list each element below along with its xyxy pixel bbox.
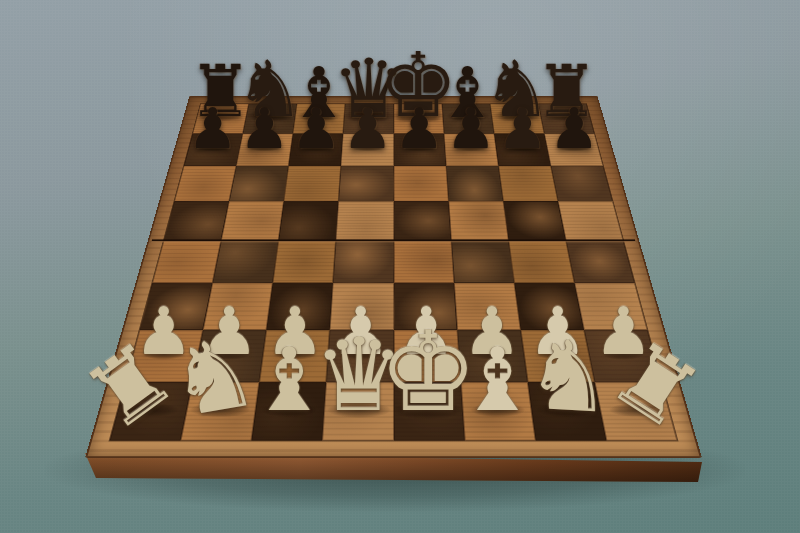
square-a6: [174, 166, 236, 201]
square-c2: [260, 330, 331, 382]
square-g8: [490, 104, 544, 134]
square-e7: [394, 134, 446, 166]
square-b4: [213, 240, 279, 283]
square-a4: [152, 240, 221, 283]
square-e6: [394, 166, 449, 201]
square-e1: [394, 382, 465, 440]
square-h3: [574, 283, 647, 330]
square-f7: [444, 134, 499, 166]
square-h2: [584, 330, 662, 382]
square-d3: [330, 283, 393, 330]
square-g4: [508, 240, 574, 283]
square-b2: [193, 330, 267, 382]
square-c1: [252, 382, 327, 440]
chess-board: [85, 96, 702, 458]
square-a5: [164, 201, 229, 240]
square-b8: [243, 104, 297, 134]
square-a7: [184, 134, 243, 166]
square-f3: [454, 283, 521, 330]
square-a2: [126, 330, 204, 382]
square-b6: [229, 166, 289, 201]
square-g1: [527, 382, 606, 440]
square-h1: [594, 382, 677, 440]
square-a8: [193, 104, 249, 134]
square-c3: [267, 283, 334, 330]
square-d6: [339, 166, 394, 201]
photo-chess-scene: ♜♞♝♛♚♝♞♜♟♟♟♟♟♟♟♟♟♟♟♟♟♟♟♟♜♞♝♛♚♝♞♜: [0, 0, 800, 533]
square-b7: [236, 134, 293, 166]
board-squares: [110, 104, 678, 441]
square-g2: [520, 330, 594, 382]
square-d5: [336, 201, 393, 240]
square-d4: [333, 240, 393, 283]
square-g3: [514, 283, 584, 330]
square-h5: [558, 201, 623, 240]
square-d8: [343, 104, 393, 134]
square-f5: [448, 201, 508, 240]
square-h4: [566, 240, 635, 283]
square-b5: [221, 201, 284, 240]
square-f1: [460, 382, 535, 440]
square-e8: [394, 104, 444, 134]
square-h6: [551, 166, 613, 201]
square-e4: [394, 240, 454, 283]
square-a1: [110, 382, 193, 440]
square-e5: [394, 201, 451, 240]
square-b3: [203, 283, 273, 330]
square-h7: [544, 134, 603, 166]
square-c4: [273, 240, 336, 283]
square-b1: [181, 382, 260, 440]
square-c6: [284, 166, 341, 201]
square-d1: [323, 382, 394, 440]
square-g6: [498, 166, 558, 201]
square-f6: [446, 166, 503, 201]
square-f8: [442, 104, 494, 134]
square-f4: [451, 240, 514, 283]
square-h8: [538, 104, 594, 134]
square-c7: [289, 134, 344, 166]
square-f2: [457, 330, 528, 382]
square-g5: [503, 201, 566, 240]
square-e2: [394, 330, 461, 382]
board-hinge-seam: [151, 238, 635, 242]
square-d2: [327, 330, 394, 382]
square-c8: [293, 104, 345, 134]
square-c5: [279, 201, 339, 240]
square-a3: [140, 283, 213, 330]
square-e3: [394, 283, 457, 330]
square-d7: [341, 134, 393, 166]
square-g7: [494, 134, 551, 166]
